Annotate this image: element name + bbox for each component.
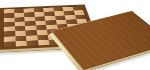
board-square xyxy=(37,40,49,46)
product-photo-scene xyxy=(0,0,150,70)
board-square xyxy=(26,40,38,46)
board-square xyxy=(15,41,27,47)
board-square xyxy=(4,41,15,47)
